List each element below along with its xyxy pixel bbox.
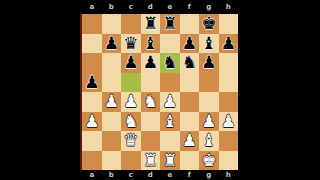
piece-black-pawn: ♟	[102, 34, 122, 54]
square-e2[interactable]	[160, 131, 180, 151]
square-h2[interactable]	[219, 131, 239, 151]
piece-white-bishop: ♝	[199, 131, 219, 151]
file-labels-top: abcdefgh	[82, 0, 238, 14]
piece-black-rook: ♜	[141, 14, 161, 34]
square-f4[interactable]	[180, 92, 200, 112]
piece-black-queen: ♛	[121, 34, 141, 54]
square-f7[interactable]: ♟	[180, 34, 200, 54]
square-d2[interactable]	[141, 131, 161, 151]
piece-black-knight: ♞	[160, 53, 180, 73]
square-f6[interactable]: ♞	[180, 53, 200, 73]
piece-white-pawn: ♟	[160, 92, 180, 112]
square-b3[interactable]	[102, 112, 122, 132]
square-d3[interactable]	[141, 112, 161, 132]
square-c8[interactable]	[121, 14, 141, 34]
square-a3[interactable]: ♟	[82, 112, 102, 132]
square-e1[interactable]: ♜	[160, 151, 180, 171]
square-g6[interactable]: ♟	[199, 53, 219, 73]
square-a2[interactable]	[82, 131, 102, 151]
square-h5[interactable]	[219, 73, 239, 93]
piece-black-pawn: ♟	[199, 53, 219, 73]
square-a4[interactable]	[82, 92, 102, 112]
file-label-e-bottom: e	[160, 170, 180, 180]
square-d6[interactable]: ♟	[141, 53, 161, 73]
square-c1[interactable]	[121, 151, 141, 171]
piece-white-knight: ♞	[141, 92, 161, 112]
square-g1[interactable]: ♚	[199, 151, 219, 171]
file-labels-bottom: abcdefgh	[82, 170, 238, 180]
file-label-f-top: f	[180, 0, 200, 14]
square-e4[interactable]: ♟	[160, 92, 180, 112]
square-g3[interactable]: ♟	[199, 112, 219, 132]
square-h8[interactable]	[219, 14, 239, 34]
square-f1[interactable]	[180, 151, 200, 171]
square-e5[interactable]	[160, 73, 180, 93]
square-a5[interactable]: ♟	[82, 73, 102, 93]
square-c3[interactable]: ♞	[121, 112, 141, 132]
file-label-h-top: h	[219, 0, 239, 14]
piece-black-rook: ♜	[160, 14, 180, 34]
piece-white-pawn: ♟	[102, 92, 122, 112]
square-b6[interactable]	[102, 53, 122, 73]
file-label-g-top: g	[199, 0, 219, 14]
file-label-f-bottom: f	[180, 170, 200, 180]
square-f5[interactable]	[180, 73, 200, 93]
square-g7[interactable]: ♝	[199, 34, 219, 54]
piece-black-bishop: ♝	[141, 34, 161, 54]
square-d8[interactable]: ♜	[141, 14, 161, 34]
square-e7[interactable]	[160, 34, 180, 54]
file-label-c-bottom: c	[121, 170, 141, 180]
square-c5[interactable]	[121, 73, 141, 93]
file-label-a-bottom: a	[82, 170, 102, 180]
square-a8[interactable]	[82, 14, 102, 34]
square-h7[interactable]: ♟	[219, 34, 239, 54]
square-a1[interactable]	[82, 151, 102, 171]
piece-white-king: ♚	[199, 151, 219, 171]
square-d7[interactable]: ♝	[141, 34, 161, 54]
square-e8[interactable]: ♜	[160, 14, 180, 34]
square-b2[interactable]	[102, 131, 122, 151]
square-a7[interactable]	[82, 34, 102, 54]
square-f2[interactable]: ♟	[180, 131, 200, 151]
square-b4[interactable]: ♟	[102, 92, 122, 112]
square-c2[interactable]: ♛	[121, 131, 141, 151]
file-label-d-bottom: d	[141, 170, 161, 180]
piece-white-pawn: ♟	[199, 112, 219, 132]
square-a6[interactable]	[82, 53, 102, 73]
square-e3[interactable]: ♝	[160, 112, 180, 132]
square-g2[interactable]: ♝	[199, 131, 219, 151]
square-e6[interactable]: ♞	[160, 53, 180, 73]
file-label-d-top: d	[141, 0, 161, 14]
file-label-b-bottom: b	[102, 170, 122, 180]
file-label-b-top: b	[102, 0, 122, 14]
file-label-e-top: e	[160, 0, 180, 14]
file-label-h-bottom: h	[219, 170, 239, 180]
square-h3[interactable]: ♟	[219, 112, 239, 132]
square-c6[interactable]: ♟	[121, 53, 141, 73]
piece-black-knight: ♞	[180, 53, 200, 73]
file-label-g-bottom: g	[199, 170, 219, 180]
square-f8[interactable]	[180, 14, 200, 34]
square-b1[interactable]	[102, 151, 122, 171]
piece-black-pawn: ♟	[141, 53, 161, 73]
chess-board-wrap: abcdefgh ♜♜♚♟♛♝♟♝♟♟♟♞♞♟♟♟♟♞♟♟♞♝♟♟♛♟♝♜♜♚ …	[82, 0, 238, 180]
video-frame: abcdefgh ♜♜♚♟♛♝♟♝♟♟♟♞♞♟♟♟♟♞♟♟♞♝♟♟♛♟♝♜♜♚ …	[0, 0, 320, 180]
square-d5[interactable]	[141, 73, 161, 93]
piece-black-king: ♚	[199, 14, 219, 34]
piece-white-rook: ♜	[160, 151, 180, 171]
square-b5[interactable]	[102, 73, 122, 93]
piece-black-pawn: ♟	[180, 34, 200, 54]
square-d4[interactable]: ♞	[141, 92, 161, 112]
square-h6[interactable]	[219, 53, 239, 73]
piece-white-knight: ♞	[121, 112, 141, 132]
square-b8[interactable]	[102, 14, 122, 34]
piece-white-queen: ♛	[121, 131, 141, 151]
file-label-c-top: c	[121, 0, 141, 14]
square-b7[interactable]: ♟	[102, 34, 122, 54]
piece-white-pawn: ♟	[121, 92, 141, 112]
square-g5[interactable]	[199, 73, 219, 93]
square-f3[interactable]	[180, 112, 200, 132]
piece-black-pawn: ♟	[121, 53, 141, 73]
piece-white-pawn: ♟	[82, 112, 102, 132]
piece-black-bishop: ♝	[199, 34, 219, 54]
square-g4[interactable]	[199, 92, 219, 112]
piece-black-pawn: ♟	[219, 34, 239, 54]
chess-board: ♜♜♚♟♛♝♟♝♟♟♟♞♞♟♟♟♟♞♟♟♞♝♟♟♛♟♝♜♜♚	[82, 14, 238, 170]
square-c7[interactable]: ♛	[121, 34, 141, 54]
square-h4[interactable]	[219, 92, 239, 112]
file-label-a-top: a	[82, 0, 102, 14]
piece-white-bishop: ♝	[160, 112, 180, 132]
square-c4[interactable]: ♟	[121, 92, 141, 112]
piece-black-pawn: ♟	[82, 73, 102, 93]
piece-white-rook: ♜	[141, 151, 161, 171]
piece-white-pawn: ♟	[219, 112, 239, 132]
piece-white-pawn: ♟	[180, 131, 200, 151]
square-h1[interactable]	[219, 151, 239, 171]
square-g8[interactable]: ♚	[199, 14, 219, 34]
square-d1[interactable]: ♜	[141, 151, 161, 171]
